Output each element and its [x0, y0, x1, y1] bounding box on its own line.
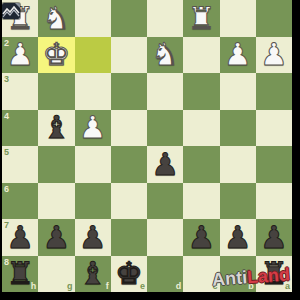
square-a5[interactable]: [256, 146, 292, 183]
black-pawn-h7[interactable]: ♟: [2, 219, 38, 256]
square-e8[interactable]: e♚: [111, 256, 147, 293]
corner-avatar-badge[interactable]: [2, 3, 20, 19]
square-d7[interactable]: [147, 219, 183, 256]
square-f7[interactable]: ♟: [75, 219, 111, 256]
square-h6[interactable]: 6: [2, 183, 38, 220]
square-b7[interactable]: ♟: [220, 219, 256, 256]
square-c4[interactable]: [183, 110, 219, 147]
white-pawn-a2[interactable]: ♟: [256, 37, 292, 74]
square-g2[interactable]: ♚: [38, 37, 74, 74]
rank-label-3: 3: [4, 74, 9, 84]
square-f5[interactable]: [75, 146, 111, 183]
square-e3[interactable]: [111, 73, 147, 110]
square-c7[interactable]: ♟: [183, 219, 219, 256]
square-f4[interactable]: ♟: [75, 110, 111, 147]
white-pawn-h2[interactable]: ♟: [2, 37, 38, 74]
white-pawn-f4[interactable]: ♟: [75, 110, 111, 147]
square-e1[interactable]: [111, 0, 147, 37]
square-g7[interactable]: ♟: [38, 219, 74, 256]
square-f8[interactable]: f♝: [75, 256, 111, 293]
white-knight-g1[interactable]: ♞: [38, 0, 74, 37]
square-g8[interactable]: g: [38, 256, 74, 293]
square-e7[interactable]: [111, 219, 147, 256]
square-c8[interactable]: c: [183, 256, 219, 293]
square-b4[interactable]: [220, 110, 256, 147]
square-h3[interactable]: 3: [2, 73, 38, 110]
square-c5[interactable]: [183, 146, 219, 183]
black-pawn-c7[interactable]: ♟: [183, 219, 219, 256]
black-pawn-f7[interactable]: ♟: [75, 219, 111, 256]
square-a7[interactable]: ♟: [256, 219, 292, 256]
file-label-d: d: [176, 281, 182, 291]
square-g3[interactable]: [38, 73, 74, 110]
square-f2[interactable]: [75, 37, 111, 74]
square-d3[interactable]: [147, 73, 183, 110]
square-h5[interactable]: 5: [2, 146, 38, 183]
black-pawn-d5[interactable]: ♟: [147, 146, 183, 183]
white-pawn-b2[interactable]: ♟: [220, 37, 256, 74]
app-frame: 1♜♞♜2♟♚♞♟♟34♝♟5♟67♟♟♟♟♟♟8h♜gf♝e♚dcba♜ An…: [0, 0, 300, 300]
square-e5[interactable]: [111, 146, 147, 183]
file-label-b: b: [248, 281, 254, 291]
black-pawn-g7[interactable]: ♟: [38, 219, 74, 256]
square-d1[interactable]: [147, 0, 183, 37]
square-a4[interactable]: [256, 110, 292, 147]
square-d4[interactable]: [147, 110, 183, 147]
rank-label-5: 5: [4, 147, 9, 157]
black-rook-h8[interactable]: ♜: [2, 256, 38, 293]
square-b8[interactable]: b: [220, 256, 256, 293]
square-h8[interactable]: 8h♜: [2, 256, 38, 293]
square-g5[interactable]: [38, 146, 74, 183]
square-f3[interactable]: [75, 73, 111, 110]
square-e2[interactable]: [111, 37, 147, 74]
square-h2[interactable]: 2♟: [2, 37, 38, 74]
square-e4[interactable]: [111, 110, 147, 147]
square-d2[interactable]: ♞: [147, 37, 183, 74]
square-a3[interactable]: [256, 73, 292, 110]
white-knight-d2[interactable]: ♞: [147, 37, 183, 74]
square-g6[interactable]: [38, 183, 74, 220]
square-c6[interactable]: [183, 183, 219, 220]
black-king-e8[interactable]: ♚: [111, 256, 147, 293]
square-h7[interactable]: 7♟: [2, 219, 38, 256]
square-e6[interactable]: [111, 183, 147, 220]
black-pawn-b7[interactable]: ♟: [220, 219, 256, 256]
file-label-g: g: [67, 281, 73, 291]
white-king-g2[interactable]: ♚: [38, 37, 74, 74]
square-b1[interactable]: [220, 0, 256, 37]
rank-label-4: 4: [4, 111, 9, 121]
rank-label-6: 6: [4, 184, 9, 194]
square-d5[interactable]: ♟: [147, 146, 183, 183]
black-pawn-a7[interactable]: ♟: [256, 219, 292, 256]
square-c2[interactable]: [183, 37, 219, 74]
file-label-c: c: [212, 281, 217, 291]
black-bishop-f8[interactable]: ♝: [75, 256, 111, 293]
square-b6[interactable]: [220, 183, 256, 220]
square-b3[interactable]: [220, 73, 256, 110]
square-g1[interactable]: ♞: [38, 0, 74, 37]
black-bishop-g4[interactable]: ♝: [38, 110, 74, 147]
chess-board[interactable]: 1♜♞♜2♟♚♞♟♟34♝♟5♟67♟♟♟♟♟♟8h♜gf♝e♚dcba♜: [2, 0, 292, 292]
square-a1[interactable]: [256, 0, 292, 37]
square-c1[interactable]: ♜: [183, 0, 219, 37]
square-h4[interactable]: 4: [2, 110, 38, 147]
square-a6[interactable]: [256, 183, 292, 220]
black-rook-a8[interactable]: ♜: [256, 256, 292, 293]
square-d6[interactable]: [147, 183, 183, 220]
square-c3[interactable]: [183, 73, 219, 110]
square-a8[interactable]: a♜: [256, 256, 292, 293]
square-b2[interactable]: ♟: [220, 37, 256, 74]
square-d8[interactable]: d: [147, 256, 183, 293]
white-rook-c1[interactable]: ♜: [183, 0, 219, 37]
square-g4[interactable]: ♝: [38, 110, 74, 147]
square-f6[interactable]: [75, 183, 111, 220]
square-b5[interactable]: [220, 146, 256, 183]
avatar-zigzag-icon: [2, 3, 20, 19]
square-f1[interactable]: [75, 0, 111, 37]
square-a2[interactable]: ♟: [256, 37, 292, 74]
